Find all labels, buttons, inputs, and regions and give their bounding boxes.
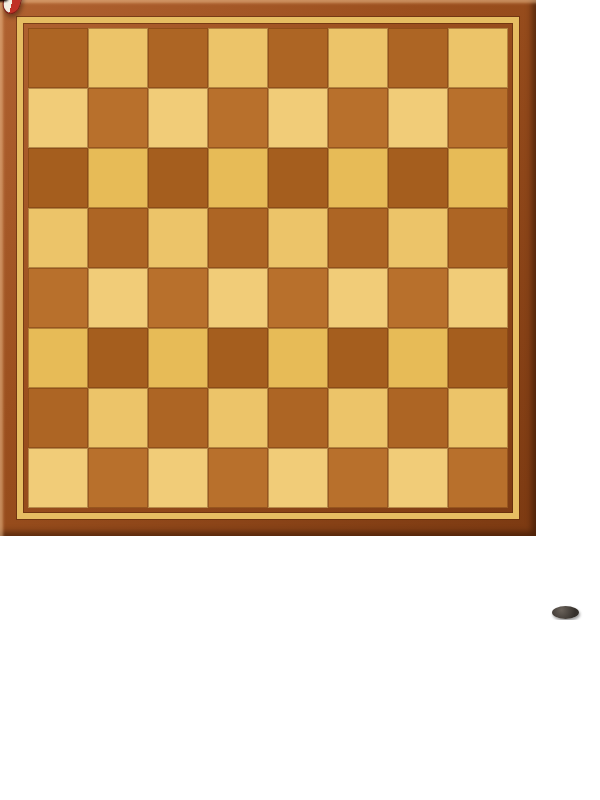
shield-accent	[1, 0, 24, 16]
white-margin	[0, 620, 600, 800]
pieces-layer: ♜♞♝♛♚♝♞♜♟♟♟♟♟♟♟♟	[0, 0, 600, 620]
board-clasp-icon	[552, 606, 579, 619]
product-photo-scene: ♜♞♝♛♚♝♞♜♟♟♟♟♟♟♟♟	[0, 0, 600, 620]
